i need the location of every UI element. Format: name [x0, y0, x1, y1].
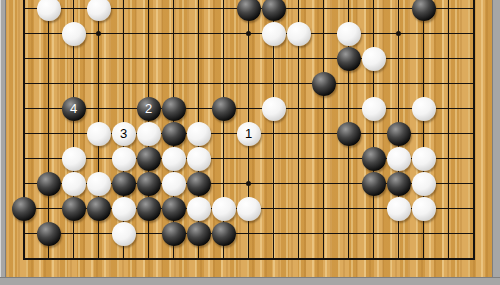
- black-stone: [387, 122, 411, 146]
- black-stone: [237, 0, 261, 21]
- star-point: [396, 31, 401, 36]
- board-frame-bottom: [0, 277, 500, 285]
- board-frame-left: [0, 0, 6, 285]
- white-stone: [412, 197, 436, 221]
- black-stone: [262, 0, 286, 21]
- white-stone: [262, 22, 286, 46]
- black-stone: [137, 197, 161, 221]
- white-stone: [287, 22, 311, 46]
- black-stone: [137, 172, 161, 196]
- move-number-label: 3: [120, 127, 127, 140]
- white-stone: [112, 147, 136, 171]
- black-stone: [387, 172, 411, 196]
- white-stone: [187, 147, 211, 171]
- white-stone: [412, 172, 436, 196]
- white-stone: 1: [237, 122, 261, 146]
- star-point: [246, 181, 251, 186]
- white-stone: [187, 122, 211, 146]
- white-stone: [387, 147, 411, 171]
- white-stone: [87, 122, 111, 146]
- white-stone: [237, 197, 261, 221]
- black-stone: [162, 122, 186, 146]
- grid-line-horizontal: [23, 83, 475, 85]
- white-stone: [362, 47, 386, 71]
- black-stone: [162, 222, 186, 246]
- grid-line-horizontal: [23, 233, 475, 235]
- white-stone: 3: [112, 122, 136, 146]
- grid-line-horizontal: [23, 108, 475, 110]
- white-stone: [212, 197, 236, 221]
- white-stone: [112, 197, 136, 221]
- move-number-label: 1: [245, 127, 252, 140]
- white-stone: [137, 122, 161, 146]
- white-stone: [112, 222, 136, 246]
- white-stone: [62, 172, 86, 196]
- screenshot-root: 4231: [0, 0, 500, 285]
- white-stone: [162, 147, 186, 171]
- white-stone: [37, 0, 61, 21]
- black-stone: [362, 172, 386, 196]
- black-stone: [12, 197, 36, 221]
- black-stone: [112, 172, 136, 196]
- grid-line-horizontal: [23, 258, 475, 260]
- black-stone: [62, 197, 86, 221]
- black-stone: [87, 197, 111, 221]
- board-frame-right: [492, 0, 500, 285]
- black-stone: [362, 147, 386, 171]
- grid-line-vertical: [223, 0, 225, 260]
- black-stone: [212, 222, 236, 246]
- white-stone: [187, 197, 211, 221]
- white-stone: [387, 197, 411, 221]
- grid-line-vertical: [48, 0, 50, 260]
- move-number-label: 4: [70, 102, 77, 115]
- black-stone: 4: [62, 97, 86, 121]
- white-stone: [362, 97, 386, 121]
- black-stone: [37, 222, 61, 246]
- black-stone: [212, 97, 236, 121]
- grid-line-vertical: [373, 0, 375, 260]
- grid-line-vertical: [473, 0, 475, 260]
- black-stone: [312, 72, 336, 96]
- black-stone: [337, 122, 361, 146]
- black-stone: [162, 97, 186, 121]
- black-stone: [187, 222, 211, 246]
- star-point: [246, 31, 251, 36]
- go-board: 4231: [0, 0, 500, 285]
- white-stone: [87, 0, 111, 21]
- grid-line-vertical: [23, 0, 25, 260]
- grid-line-vertical: [323, 0, 325, 260]
- white-stone: [412, 97, 436, 121]
- grid-line-vertical: [448, 0, 450, 260]
- black-stone: [37, 172, 61, 196]
- white-stone: [162, 172, 186, 196]
- white-stone: [62, 22, 86, 46]
- black-stone: 2: [137, 97, 161, 121]
- star-point: [96, 31, 101, 36]
- black-stone: [187, 172, 211, 196]
- grid-line-horizontal: [23, 58, 475, 60]
- white-stone: [337, 22, 361, 46]
- black-stone: [137, 147, 161, 171]
- black-stone: [162, 197, 186, 221]
- grid-line-vertical: [423, 0, 425, 260]
- white-stone: [87, 172, 111, 196]
- move-number-label: 2: [145, 102, 152, 115]
- black-stone: [337, 47, 361, 71]
- white-stone: [262, 97, 286, 121]
- white-stone: [62, 147, 86, 171]
- white-stone: [412, 147, 436, 171]
- black-stone: [412, 0, 436, 21]
